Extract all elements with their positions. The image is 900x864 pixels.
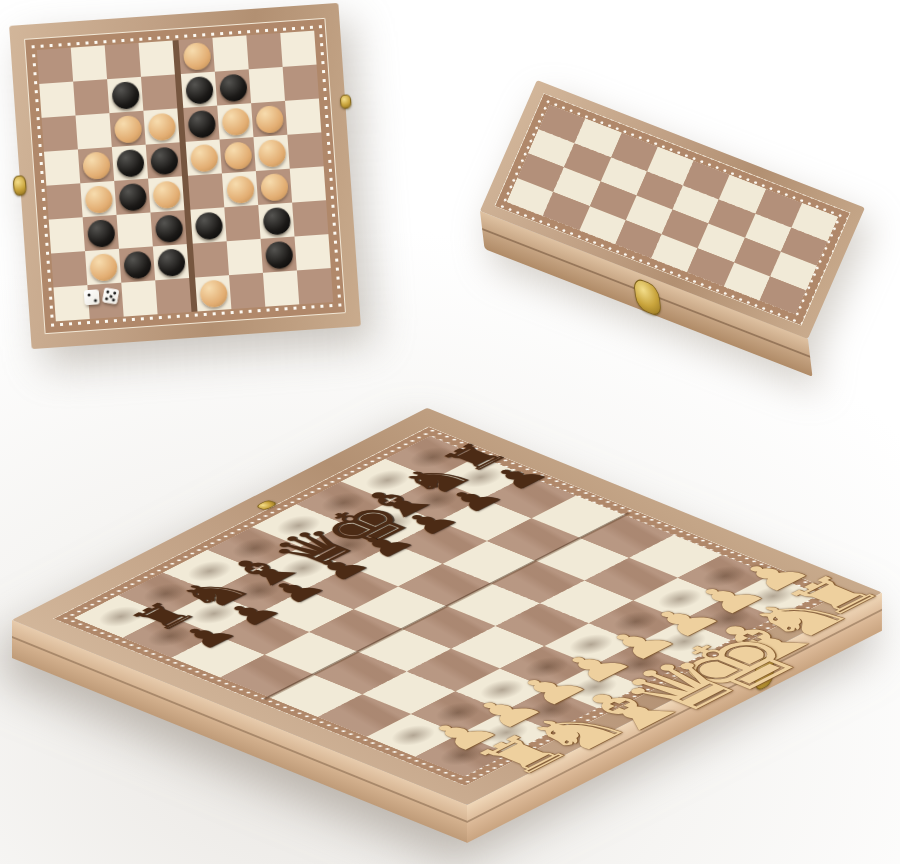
chess-board: ♜♞♝♛♚♝♞♜♟♟♟♟♟♟♟♟♟♟♟♟♟♟♟♟♜♞♝♛♚♝♞♜ (12, 408, 882, 805)
product-photo-wooden-game-set: { "scene": { "description": "Wooden fold… (0, 0, 900, 864)
chess-board-assembly: ♜♞♝♛♚♝♞♜♟♟♟♟♟♟♟♟♟♟♟♟♟♟♟♟♜♞♝♛♚♝♞♜ (0, 0, 900, 864)
